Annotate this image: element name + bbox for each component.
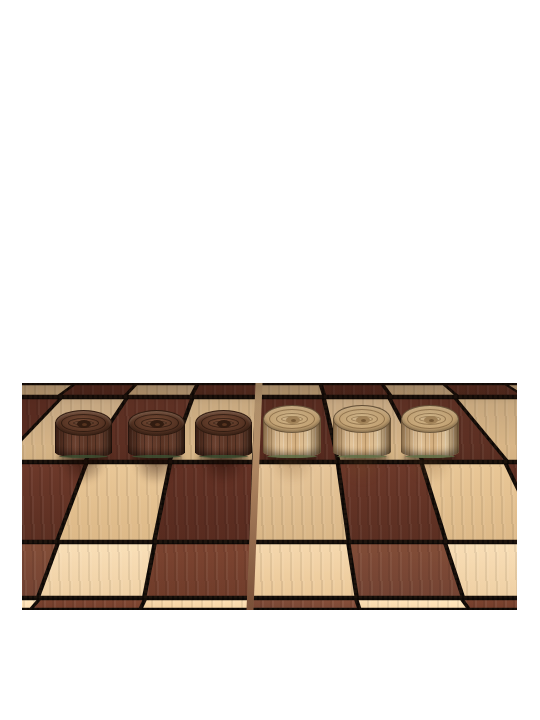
checker-piece-light[interactable] [263,405,321,458]
piece-center-dot [82,423,87,426]
board-square[interactable] [126,385,197,395]
board-square[interactable] [155,464,255,540]
piece-center-dot [361,419,366,422]
checker-piece-dark[interactable] [195,410,252,458]
piece-felt-base [132,455,181,458]
piece-felt-base [337,455,387,458]
piece-center-hub [150,420,164,428]
board-square[interactable] [252,464,349,540]
piece-center-dot [155,423,160,426]
piece-center-hub [286,416,300,424]
checker-piece-light[interactable] [333,405,391,458]
piece-center-hub [356,416,370,424]
piece-top-face [128,410,185,436]
board-square[interactable] [321,385,390,395]
board-square[interactable] [258,385,324,395]
piece-top-face [263,405,321,433]
board-square[interactable] [445,385,517,395]
piece-center-dot [291,419,296,422]
checkers-board-photo [22,383,517,610]
board-square[interactable] [383,385,456,395]
piece-felt-base [405,455,455,458]
board-square[interactable] [32,600,145,608]
piece-top-face [55,410,112,436]
checker-piece-light[interactable] [401,405,459,458]
piece-felt-base [267,455,317,458]
board-square[interactable] [60,385,135,395]
piece-center-hub [424,416,438,424]
piece-top-face [401,405,459,433]
page: { "game": { "name": "Checkers (Draughts)… [0,0,540,720]
piece-felt-base [199,455,248,458]
piece-felt-base [59,455,108,458]
piece-center-hub [77,420,91,428]
piece-top-face [195,410,252,436]
board-square[interactable] [39,544,155,596]
board-square[interactable] [463,600,518,608]
board-square[interactable] [145,544,252,596]
board-square[interactable] [250,600,359,608]
piece-center-dot [429,419,434,422]
board-square[interactable] [349,544,463,596]
piece-center-hub [217,420,231,428]
board-square[interactable] [192,385,259,395]
checker-piece-dark[interactable] [55,410,112,458]
piece-top-face [333,405,391,433]
board-square[interactable] [357,600,469,608]
board-square[interactable] [251,544,357,596]
checker-piece-dark[interactable] [128,410,185,458]
piece-center-dot [222,423,227,426]
board-square[interactable] [141,600,251,608]
